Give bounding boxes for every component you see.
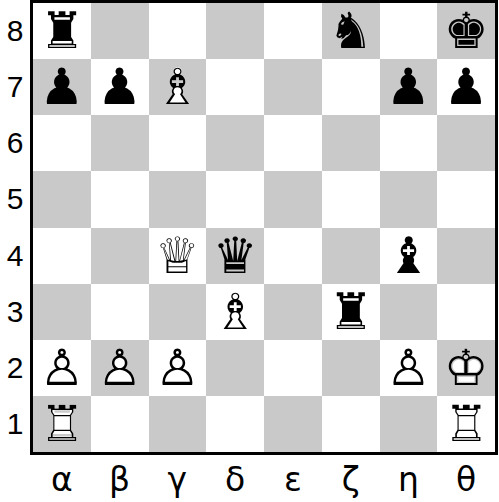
- white-queen-icon: ♕: [149, 228, 207, 284]
- chess-diagram: 87654321 ♜♞♚♟♟♝♗♟♟♛♕♛♝♝♗♜♟♙♟♙♟♙♟♙♚♔♜♖♜♖ …: [0, 0, 499, 502]
- square-b7[interactable]: ♟: [91, 59, 149, 115]
- file-label-g: η: [380, 456, 438, 502]
- rank-label-6: 6: [0, 115, 30, 171]
- white-queen-icon: ♛: [149, 228, 207, 284]
- white-bishop-icon: ♗: [206, 284, 264, 340]
- square-c4[interactable]: ♛♕: [149, 228, 207, 284]
- black-pawn-icon: ♟: [380, 59, 438, 115]
- square-g2[interactable]: ♟♙: [380, 340, 438, 396]
- white-rook-icon: ♖: [437, 396, 495, 452]
- white-pawn-icon: ♟: [33, 340, 91, 396]
- square-a8[interactable]: ♜: [33, 3, 91, 59]
- square-g7[interactable]: ♟: [380, 59, 438, 115]
- square-c6[interactable]: [149, 115, 207, 171]
- black-pawn-icon: ♟: [437, 59, 495, 115]
- square-a5[interactable]: [33, 171, 91, 227]
- rank-label-3: 3: [0, 284, 30, 340]
- square-c8[interactable]: [149, 3, 207, 59]
- file-label-c: γ: [149, 456, 207, 502]
- square-g1[interactable]: [380, 396, 438, 452]
- white-pawn-icon: ♙: [380, 340, 438, 396]
- square-c5[interactable]: [149, 171, 207, 227]
- black-rook-icon: ♜: [322, 284, 380, 340]
- square-a4[interactable]: [33, 228, 91, 284]
- rank-label-4: 4: [0, 228, 30, 284]
- white-pawn-icon: ♟: [149, 340, 207, 396]
- rank-label-8: 8: [0, 3, 30, 59]
- rank-label-7: 7: [0, 59, 30, 115]
- square-d7[interactable]: [206, 59, 264, 115]
- square-c2[interactable]: ♟♙: [149, 340, 207, 396]
- square-b6[interactable]: [91, 115, 149, 171]
- square-h3[interactable]: [437, 284, 495, 340]
- square-b5[interactable]: [91, 171, 149, 227]
- square-f1[interactable]: [322, 396, 380, 452]
- white-bishop-icon: ♝: [149, 59, 207, 115]
- chess-board: ♜♞♚♟♟♝♗♟♟♛♕♛♝♝♗♜♟♙♟♙♟♙♟♙♚♔♜♖♜♖: [30, 0, 498, 455]
- square-h6[interactable]: [437, 115, 495, 171]
- square-d6[interactable]: [206, 115, 264, 171]
- rank-label-2: 2: [0, 340, 30, 396]
- black-rook-icon: ♜: [33, 3, 91, 59]
- square-e2[interactable]: [264, 340, 322, 396]
- square-g5[interactable]: [380, 171, 438, 227]
- file-label-a: α: [33, 456, 91, 502]
- square-h8[interactable]: ♚: [437, 3, 495, 59]
- square-h5[interactable]: [437, 171, 495, 227]
- white-pawn-icon: ♙: [33, 340, 91, 396]
- square-h7[interactable]: ♟: [437, 59, 495, 115]
- white-king-icon: ♔: [437, 340, 495, 396]
- white-pawn-icon: ♟: [380, 340, 438, 396]
- file-label-f: ζ: [322, 456, 380, 502]
- square-e1[interactable]: [264, 396, 322, 452]
- square-f5[interactable]: [322, 171, 380, 227]
- square-h1[interactable]: ♜♖: [437, 396, 495, 452]
- square-a1[interactable]: ♜♖: [33, 396, 91, 452]
- square-e6[interactable]: [264, 115, 322, 171]
- white-pawn-icon: ♟: [91, 340, 149, 396]
- square-e4[interactable]: [264, 228, 322, 284]
- white-rook-icon: ♜: [437, 396, 495, 452]
- square-g4[interactable]: ♝: [380, 228, 438, 284]
- square-h2[interactable]: ♚♔: [437, 340, 495, 396]
- square-f8[interactable]: ♞: [322, 3, 380, 59]
- file-label-d: δ: [206, 456, 264, 502]
- black-pawn-icon: ♟: [91, 59, 149, 115]
- square-a7[interactable]: ♟: [33, 59, 91, 115]
- square-f3[interactable]: ♜: [322, 284, 380, 340]
- square-b3[interactable]: [91, 284, 149, 340]
- square-d5[interactable]: [206, 171, 264, 227]
- square-a6[interactable]: [33, 115, 91, 171]
- white-pawn-icon: ♙: [91, 340, 149, 396]
- square-g3[interactable]: [380, 284, 438, 340]
- square-h4[interactable]: [437, 228, 495, 284]
- file-label-b: β: [91, 456, 149, 502]
- rank-label-5: 5: [0, 171, 30, 227]
- square-e5[interactable]: [264, 171, 322, 227]
- file-label-e: ε: [264, 456, 322, 502]
- square-a3[interactable]: [33, 284, 91, 340]
- white-rook-icon: ♜: [33, 396, 91, 452]
- file-labels: αβγδεζηθ: [33, 456, 495, 502]
- square-a2[interactable]: ♟♙: [33, 340, 91, 396]
- white-rook-icon: ♖: [33, 396, 91, 452]
- white-bishop-icon: ♝: [206, 284, 264, 340]
- square-d8[interactable]: [206, 3, 264, 59]
- black-king-icon: ♚: [437, 3, 495, 59]
- square-f2[interactable]: [322, 340, 380, 396]
- square-d4[interactable]: ♛: [206, 228, 264, 284]
- square-g6[interactable]: [380, 115, 438, 171]
- square-c7[interactable]: ♝♗: [149, 59, 207, 115]
- square-c3[interactable]: [149, 284, 207, 340]
- white-king-icon: ♚: [437, 340, 495, 396]
- square-e3[interactable]: [264, 284, 322, 340]
- rank-labels: 87654321: [0, 3, 30, 452]
- square-b4[interactable]: [91, 228, 149, 284]
- square-b8[interactable]: [91, 3, 149, 59]
- square-f7[interactable]: [322, 59, 380, 115]
- white-bishop-icon: ♗: [149, 59, 207, 115]
- black-knight-icon: ♞: [322, 3, 380, 59]
- square-d3[interactable]: ♝♗: [206, 284, 264, 340]
- black-queen-icon: ♛: [206, 228, 264, 284]
- square-f6[interactable]: [322, 115, 380, 171]
- square-g8[interactable]: [380, 3, 438, 59]
- black-bishop-icon: ♝: [380, 228, 438, 284]
- square-f4[interactable]: [322, 228, 380, 284]
- square-e8[interactable]: [264, 3, 322, 59]
- square-e7[interactable]: [264, 59, 322, 115]
- square-c1[interactable]: [149, 396, 207, 452]
- file-label-h: θ: [437, 456, 495, 502]
- rank-label-1: 1: [0, 396, 30, 452]
- white-pawn-icon: ♙: [149, 340, 207, 396]
- square-b2[interactable]: ♟♙: [91, 340, 149, 396]
- square-b1[interactable]: [91, 396, 149, 452]
- square-d2[interactable]: [206, 340, 264, 396]
- black-pawn-icon: ♟: [33, 59, 91, 115]
- square-d1[interactable]: [206, 396, 264, 452]
